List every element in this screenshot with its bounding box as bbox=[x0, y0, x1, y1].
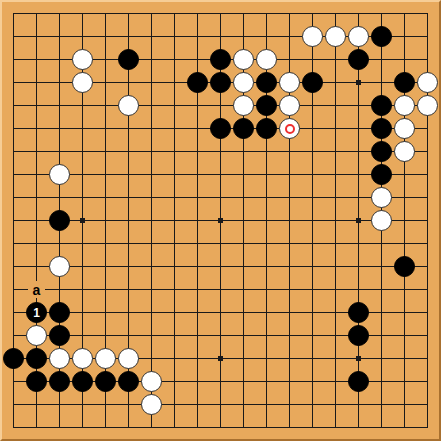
intersection[interactable] bbox=[278, 393, 301, 416]
intersection[interactable] bbox=[48, 2, 71, 25]
intersection[interactable] bbox=[186, 370, 209, 393]
intersection[interactable] bbox=[48, 48, 71, 71]
intersection[interactable] bbox=[25, 370, 48, 393]
intersection[interactable] bbox=[71, 94, 94, 117]
intersection[interactable] bbox=[255, 232, 278, 255]
intersection[interactable] bbox=[278, 140, 301, 163]
intersection[interactable] bbox=[255, 2, 278, 25]
intersection[interactable] bbox=[255, 117, 278, 140]
intersection[interactable] bbox=[186, 2, 209, 25]
intersection[interactable] bbox=[324, 370, 347, 393]
intersection[interactable] bbox=[186, 186, 209, 209]
intersection[interactable] bbox=[2, 347, 25, 370]
intersection[interactable] bbox=[416, 393, 439, 416]
intersection[interactable] bbox=[393, 278, 416, 301]
intersection[interactable] bbox=[209, 186, 232, 209]
intersection[interactable] bbox=[301, 163, 324, 186]
intersection[interactable] bbox=[370, 71, 393, 94]
intersection[interactable] bbox=[278, 416, 301, 439]
intersection[interactable] bbox=[301, 117, 324, 140]
intersection[interactable] bbox=[370, 301, 393, 324]
intersection[interactable] bbox=[25, 186, 48, 209]
intersection[interactable] bbox=[71, 301, 94, 324]
intersection[interactable] bbox=[232, 209, 255, 232]
intersection[interactable] bbox=[186, 117, 209, 140]
intersection[interactable] bbox=[2, 48, 25, 71]
intersection[interactable] bbox=[117, 416, 140, 439]
intersection[interactable] bbox=[48, 232, 71, 255]
intersection[interactable] bbox=[393, 25, 416, 48]
intersection[interactable] bbox=[117, 25, 140, 48]
intersection[interactable] bbox=[255, 48, 278, 71]
intersection[interactable] bbox=[301, 324, 324, 347]
intersection[interactable] bbox=[416, 140, 439, 163]
intersection[interactable] bbox=[209, 370, 232, 393]
intersection[interactable] bbox=[301, 48, 324, 71]
intersection[interactable] bbox=[370, 347, 393, 370]
intersection[interactable] bbox=[416, 25, 439, 48]
intersection[interactable] bbox=[209, 416, 232, 439]
intersection[interactable] bbox=[140, 209, 163, 232]
intersection[interactable] bbox=[255, 416, 278, 439]
intersection[interactable] bbox=[209, 347, 232, 370]
intersection[interactable] bbox=[117, 163, 140, 186]
intersection[interactable]: 1 bbox=[25, 301, 48, 324]
intersection[interactable] bbox=[232, 163, 255, 186]
intersection[interactable] bbox=[347, 117, 370, 140]
intersection[interactable] bbox=[416, 301, 439, 324]
intersection[interactable] bbox=[163, 71, 186, 94]
intersection[interactable] bbox=[48, 278, 71, 301]
intersection[interactable] bbox=[370, 48, 393, 71]
intersection[interactable] bbox=[94, 232, 117, 255]
intersection[interactable] bbox=[94, 71, 117, 94]
intersection[interactable] bbox=[255, 71, 278, 94]
intersection[interactable] bbox=[232, 393, 255, 416]
intersection[interactable] bbox=[140, 163, 163, 186]
intersection[interactable] bbox=[301, 71, 324, 94]
intersection[interactable] bbox=[232, 25, 255, 48]
intersection[interactable] bbox=[370, 278, 393, 301]
intersection[interactable] bbox=[163, 94, 186, 117]
intersection[interactable] bbox=[48, 255, 71, 278]
intersection[interactable] bbox=[393, 324, 416, 347]
intersection[interactable] bbox=[25, 416, 48, 439]
intersection[interactable] bbox=[2, 2, 25, 25]
intersection[interactable] bbox=[393, 370, 416, 393]
intersection[interactable] bbox=[209, 209, 232, 232]
intersection[interactable] bbox=[140, 25, 163, 48]
intersection[interactable] bbox=[71, 209, 94, 232]
intersection[interactable] bbox=[347, 71, 370, 94]
intersection[interactable]: a bbox=[25, 278, 48, 301]
intersection[interactable] bbox=[163, 2, 186, 25]
intersection[interactable] bbox=[25, 347, 48, 370]
intersection[interactable] bbox=[370, 117, 393, 140]
intersection[interactable] bbox=[278, 255, 301, 278]
intersection[interactable] bbox=[117, 71, 140, 94]
intersection[interactable] bbox=[255, 255, 278, 278]
intersection[interactable] bbox=[393, 71, 416, 94]
intersection[interactable] bbox=[140, 416, 163, 439]
intersection[interactable] bbox=[255, 278, 278, 301]
intersection[interactable] bbox=[301, 209, 324, 232]
intersection[interactable] bbox=[324, 393, 347, 416]
intersection[interactable] bbox=[94, 301, 117, 324]
intersection[interactable] bbox=[186, 324, 209, 347]
intersection[interactable] bbox=[48, 393, 71, 416]
intersection[interactable] bbox=[25, 48, 48, 71]
intersection[interactable] bbox=[71, 416, 94, 439]
intersection[interactable] bbox=[370, 324, 393, 347]
intersection[interactable] bbox=[71, 255, 94, 278]
intersection[interactable] bbox=[140, 278, 163, 301]
intersection[interactable] bbox=[324, 324, 347, 347]
intersection[interactable] bbox=[48, 301, 71, 324]
intersection[interactable] bbox=[232, 416, 255, 439]
intersection[interactable] bbox=[393, 94, 416, 117]
intersection[interactable] bbox=[347, 347, 370, 370]
intersection[interactable] bbox=[94, 209, 117, 232]
intersection[interactable] bbox=[324, 117, 347, 140]
intersection[interactable] bbox=[324, 255, 347, 278]
intersection[interactable] bbox=[255, 393, 278, 416]
intersection[interactable] bbox=[2, 370, 25, 393]
intersection[interactable] bbox=[232, 278, 255, 301]
intersection[interactable] bbox=[25, 393, 48, 416]
intersection[interactable] bbox=[255, 301, 278, 324]
intersection[interactable] bbox=[301, 278, 324, 301]
intersection[interactable] bbox=[255, 186, 278, 209]
intersection[interactable] bbox=[347, 255, 370, 278]
intersection[interactable] bbox=[416, 94, 439, 117]
intersection[interactable] bbox=[140, 71, 163, 94]
intersection[interactable] bbox=[2, 301, 25, 324]
intersection[interactable] bbox=[117, 393, 140, 416]
intersection[interactable] bbox=[255, 94, 278, 117]
intersection[interactable] bbox=[163, 393, 186, 416]
intersection[interactable] bbox=[255, 163, 278, 186]
intersection[interactable] bbox=[2, 71, 25, 94]
intersection[interactable] bbox=[94, 163, 117, 186]
intersection[interactable] bbox=[324, 209, 347, 232]
intersection[interactable] bbox=[140, 2, 163, 25]
intersection[interactable] bbox=[416, 209, 439, 232]
intersection[interactable] bbox=[25, 25, 48, 48]
intersection[interactable] bbox=[393, 2, 416, 25]
intersection[interactable] bbox=[393, 163, 416, 186]
intersection[interactable] bbox=[324, 48, 347, 71]
intersection[interactable] bbox=[48, 117, 71, 140]
intersection[interactable] bbox=[140, 140, 163, 163]
intersection[interactable] bbox=[370, 416, 393, 439]
intersection[interactable] bbox=[48, 370, 71, 393]
intersection[interactable] bbox=[163, 255, 186, 278]
intersection[interactable] bbox=[209, 255, 232, 278]
intersection[interactable] bbox=[232, 324, 255, 347]
intersection[interactable] bbox=[71, 232, 94, 255]
intersection[interactable] bbox=[370, 163, 393, 186]
intersection[interactable] bbox=[186, 416, 209, 439]
intersection[interactable] bbox=[278, 163, 301, 186]
intersection[interactable] bbox=[48, 140, 71, 163]
intersection[interactable] bbox=[278, 324, 301, 347]
intersection[interactable] bbox=[71, 71, 94, 94]
intersection[interactable] bbox=[393, 347, 416, 370]
intersection[interactable] bbox=[232, 2, 255, 25]
intersection[interactable] bbox=[48, 186, 71, 209]
intersection[interactable] bbox=[278, 94, 301, 117]
intersection[interactable] bbox=[25, 209, 48, 232]
intersection[interactable] bbox=[232, 140, 255, 163]
intersection[interactable] bbox=[94, 186, 117, 209]
intersection[interactable] bbox=[370, 2, 393, 25]
intersection[interactable] bbox=[301, 140, 324, 163]
intersection[interactable] bbox=[416, 232, 439, 255]
intersection[interactable] bbox=[186, 232, 209, 255]
intersection[interactable] bbox=[2, 393, 25, 416]
intersection[interactable] bbox=[416, 163, 439, 186]
intersection[interactable] bbox=[209, 393, 232, 416]
intersection[interactable] bbox=[117, 255, 140, 278]
intersection[interactable] bbox=[94, 117, 117, 140]
intersection[interactable] bbox=[347, 209, 370, 232]
intersection[interactable] bbox=[71, 186, 94, 209]
intersection[interactable] bbox=[232, 117, 255, 140]
intersection[interactable] bbox=[163, 117, 186, 140]
intersection[interactable] bbox=[416, 48, 439, 71]
intersection[interactable] bbox=[324, 71, 347, 94]
intersection[interactable] bbox=[117, 209, 140, 232]
intersection[interactable] bbox=[324, 301, 347, 324]
intersection[interactable] bbox=[94, 416, 117, 439]
intersection[interactable] bbox=[2, 117, 25, 140]
intersection[interactable] bbox=[393, 416, 416, 439]
intersection[interactable] bbox=[117, 370, 140, 393]
intersection[interactable] bbox=[71, 163, 94, 186]
intersection[interactable] bbox=[25, 163, 48, 186]
intersection[interactable] bbox=[255, 25, 278, 48]
intersection[interactable] bbox=[209, 163, 232, 186]
intersection[interactable] bbox=[278, 232, 301, 255]
intersection[interactable] bbox=[278, 370, 301, 393]
intersection[interactable] bbox=[2, 186, 25, 209]
intersection[interactable] bbox=[140, 324, 163, 347]
intersection[interactable] bbox=[186, 209, 209, 232]
intersection[interactable] bbox=[416, 255, 439, 278]
intersection[interactable] bbox=[209, 48, 232, 71]
intersection[interactable] bbox=[301, 232, 324, 255]
intersection[interactable] bbox=[255, 324, 278, 347]
intersection[interactable] bbox=[255, 370, 278, 393]
intersection[interactable] bbox=[117, 94, 140, 117]
intersection[interactable] bbox=[2, 416, 25, 439]
intersection[interactable] bbox=[71, 48, 94, 71]
intersection[interactable] bbox=[48, 25, 71, 48]
intersection[interactable] bbox=[71, 347, 94, 370]
intersection[interactable] bbox=[71, 324, 94, 347]
intersection[interactable] bbox=[186, 94, 209, 117]
intersection[interactable] bbox=[48, 347, 71, 370]
intersection[interactable] bbox=[94, 48, 117, 71]
intersection[interactable] bbox=[232, 232, 255, 255]
intersection[interactable] bbox=[347, 2, 370, 25]
intersection[interactable] bbox=[140, 117, 163, 140]
intersection[interactable] bbox=[2, 324, 25, 347]
intersection[interactable] bbox=[117, 347, 140, 370]
intersection[interactable] bbox=[140, 186, 163, 209]
intersection[interactable] bbox=[347, 324, 370, 347]
intersection[interactable] bbox=[370, 232, 393, 255]
intersection[interactable] bbox=[25, 2, 48, 25]
intersection[interactable] bbox=[301, 347, 324, 370]
intersection[interactable] bbox=[48, 209, 71, 232]
intersection[interactable] bbox=[2, 163, 25, 186]
intersection[interactable] bbox=[347, 232, 370, 255]
intersection[interactable] bbox=[25, 117, 48, 140]
intersection[interactable] bbox=[347, 393, 370, 416]
intersection[interactable] bbox=[186, 163, 209, 186]
intersection[interactable] bbox=[25, 324, 48, 347]
intersection[interactable] bbox=[301, 25, 324, 48]
intersection[interactable] bbox=[232, 71, 255, 94]
intersection[interactable] bbox=[416, 416, 439, 439]
intersection[interactable] bbox=[278, 347, 301, 370]
intersection[interactable] bbox=[209, 117, 232, 140]
intersection[interactable] bbox=[186, 393, 209, 416]
intersection[interactable] bbox=[94, 140, 117, 163]
intersection[interactable] bbox=[94, 347, 117, 370]
intersection[interactable] bbox=[347, 278, 370, 301]
intersection[interactable] bbox=[94, 25, 117, 48]
intersection[interactable] bbox=[140, 232, 163, 255]
intersection[interactable] bbox=[186, 48, 209, 71]
intersection[interactable] bbox=[324, 186, 347, 209]
intersection[interactable] bbox=[393, 393, 416, 416]
intersection[interactable] bbox=[301, 186, 324, 209]
intersection[interactable] bbox=[209, 232, 232, 255]
intersection[interactable] bbox=[278, 117, 301, 140]
intersection[interactable] bbox=[186, 278, 209, 301]
intersection[interactable] bbox=[232, 94, 255, 117]
intersection[interactable] bbox=[278, 2, 301, 25]
intersection[interactable] bbox=[370, 255, 393, 278]
intersection[interactable] bbox=[416, 278, 439, 301]
intersection[interactable] bbox=[2, 209, 25, 232]
intersection[interactable] bbox=[163, 324, 186, 347]
intersection[interactable] bbox=[48, 94, 71, 117]
intersection[interactable] bbox=[278, 278, 301, 301]
intersection[interactable] bbox=[209, 71, 232, 94]
intersection[interactable] bbox=[278, 209, 301, 232]
intersection[interactable] bbox=[117, 2, 140, 25]
intersection[interactable] bbox=[117, 48, 140, 71]
intersection[interactable] bbox=[94, 278, 117, 301]
intersection[interactable] bbox=[140, 255, 163, 278]
intersection[interactable] bbox=[370, 186, 393, 209]
intersection[interactable] bbox=[347, 25, 370, 48]
intersection[interactable] bbox=[117, 186, 140, 209]
intersection[interactable] bbox=[71, 25, 94, 48]
intersection[interactable] bbox=[94, 370, 117, 393]
intersection[interactable] bbox=[324, 25, 347, 48]
intersection[interactable] bbox=[347, 416, 370, 439]
intersection[interactable] bbox=[393, 48, 416, 71]
intersection[interactable] bbox=[140, 370, 163, 393]
intersection[interactable] bbox=[117, 117, 140, 140]
intersection[interactable] bbox=[163, 186, 186, 209]
intersection[interactable] bbox=[140, 48, 163, 71]
intersection[interactable] bbox=[232, 255, 255, 278]
intersection[interactable] bbox=[393, 301, 416, 324]
intersection[interactable] bbox=[186, 301, 209, 324]
intersection[interactable] bbox=[209, 324, 232, 347]
intersection[interactable] bbox=[324, 140, 347, 163]
intersection[interactable] bbox=[370, 25, 393, 48]
intersection[interactable] bbox=[347, 186, 370, 209]
intersection[interactable] bbox=[186, 71, 209, 94]
intersection[interactable] bbox=[25, 255, 48, 278]
intersection[interactable] bbox=[71, 393, 94, 416]
intersection[interactable] bbox=[25, 232, 48, 255]
intersection[interactable] bbox=[48, 163, 71, 186]
intersection[interactable] bbox=[48, 416, 71, 439]
intersection[interactable] bbox=[393, 209, 416, 232]
intersection[interactable] bbox=[324, 232, 347, 255]
intersection[interactable] bbox=[347, 301, 370, 324]
intersection[interactable] bbox=[347, 163, 370, 186]
intersection[interactable] bbox=[2, 25, 25, 48]
intersection[interactable] bbox=[163, 209, 186, 232]
intersection[interactable] bbox=[370, 140, 393, 163]
intersection[interactable] bbox=[416, 347, 439, 370]
intersection[interactable] bbox=[140, 94, 163, 117]
intersection[interactable] bbox=[416, 324, 439, 347]
intersection[interactable] bbox=[324, 278, 347, 301]
intersection[interactable] bbox=[2, 232, 25, 255]
intersection[interactable] bbox=[163, 48, 186, 71]
intersection[interactable] bbox=[25, 71, 48, 94]
intersection[interactable] bbox=[186, 25, 209, 48]
intersection[interactable] bbox=[301, 2, 324, 25]
intersection[interactable] bbox=[48, 324, 71, 347]
intersection[interactable] bbox=[370, 209, 393, 232]
intersection[interactable] bbox=[232, 186, 255, 209]
intersection[interactable] bbox=[347, 370, 370, 393]
intersection[interactable] bbox=[140, 393, 163, 416]
intersection[interactable] bbox=[163, 301, 186, 324]
intersection[interactable] bbox=[370, 393, 393, 416]
intersection[interactable] bbox=[393, 117, 416, 140]
intersection[interactable] bbox=[416, 71, 439, 94]
intersection[interactable] bbox=[71, 140, 94, 163]
intersection[interactable] bbox=[163, 140, 186, 163]
intersection[interactable] bbox=[117, 278, 140, 301]
intersection[interactable] bbox=[278, 48, 301, 71]
intersection[interactable] bbox=[232, 347, 255, 370]
intersection[interactable] bbox=[278, 301, 301, 324]
intersection[interactable] bbox=[416, 370, 439, 393]
intersection[interactable] bbox=[416, 2, 439, 25]
intersection[interactable] bbox=[416, 186, 439, 209]
intersection[interactable] bbox=[117, 324, 140, 347]
intersection[interactable] bbox=[94, 255, 117, 278]
intersection[interactable] bbox=[301, 393, 324, 416]
intersection[interactable] bbox=[278, 25, 301, 48]
intersection[interactable] bbox=[209, 140, 232, 163]
intersection[interactable] bbox=[393, 140, 416, 163]
intersection[interactable] bbox=[278, 186, 301, 209]
